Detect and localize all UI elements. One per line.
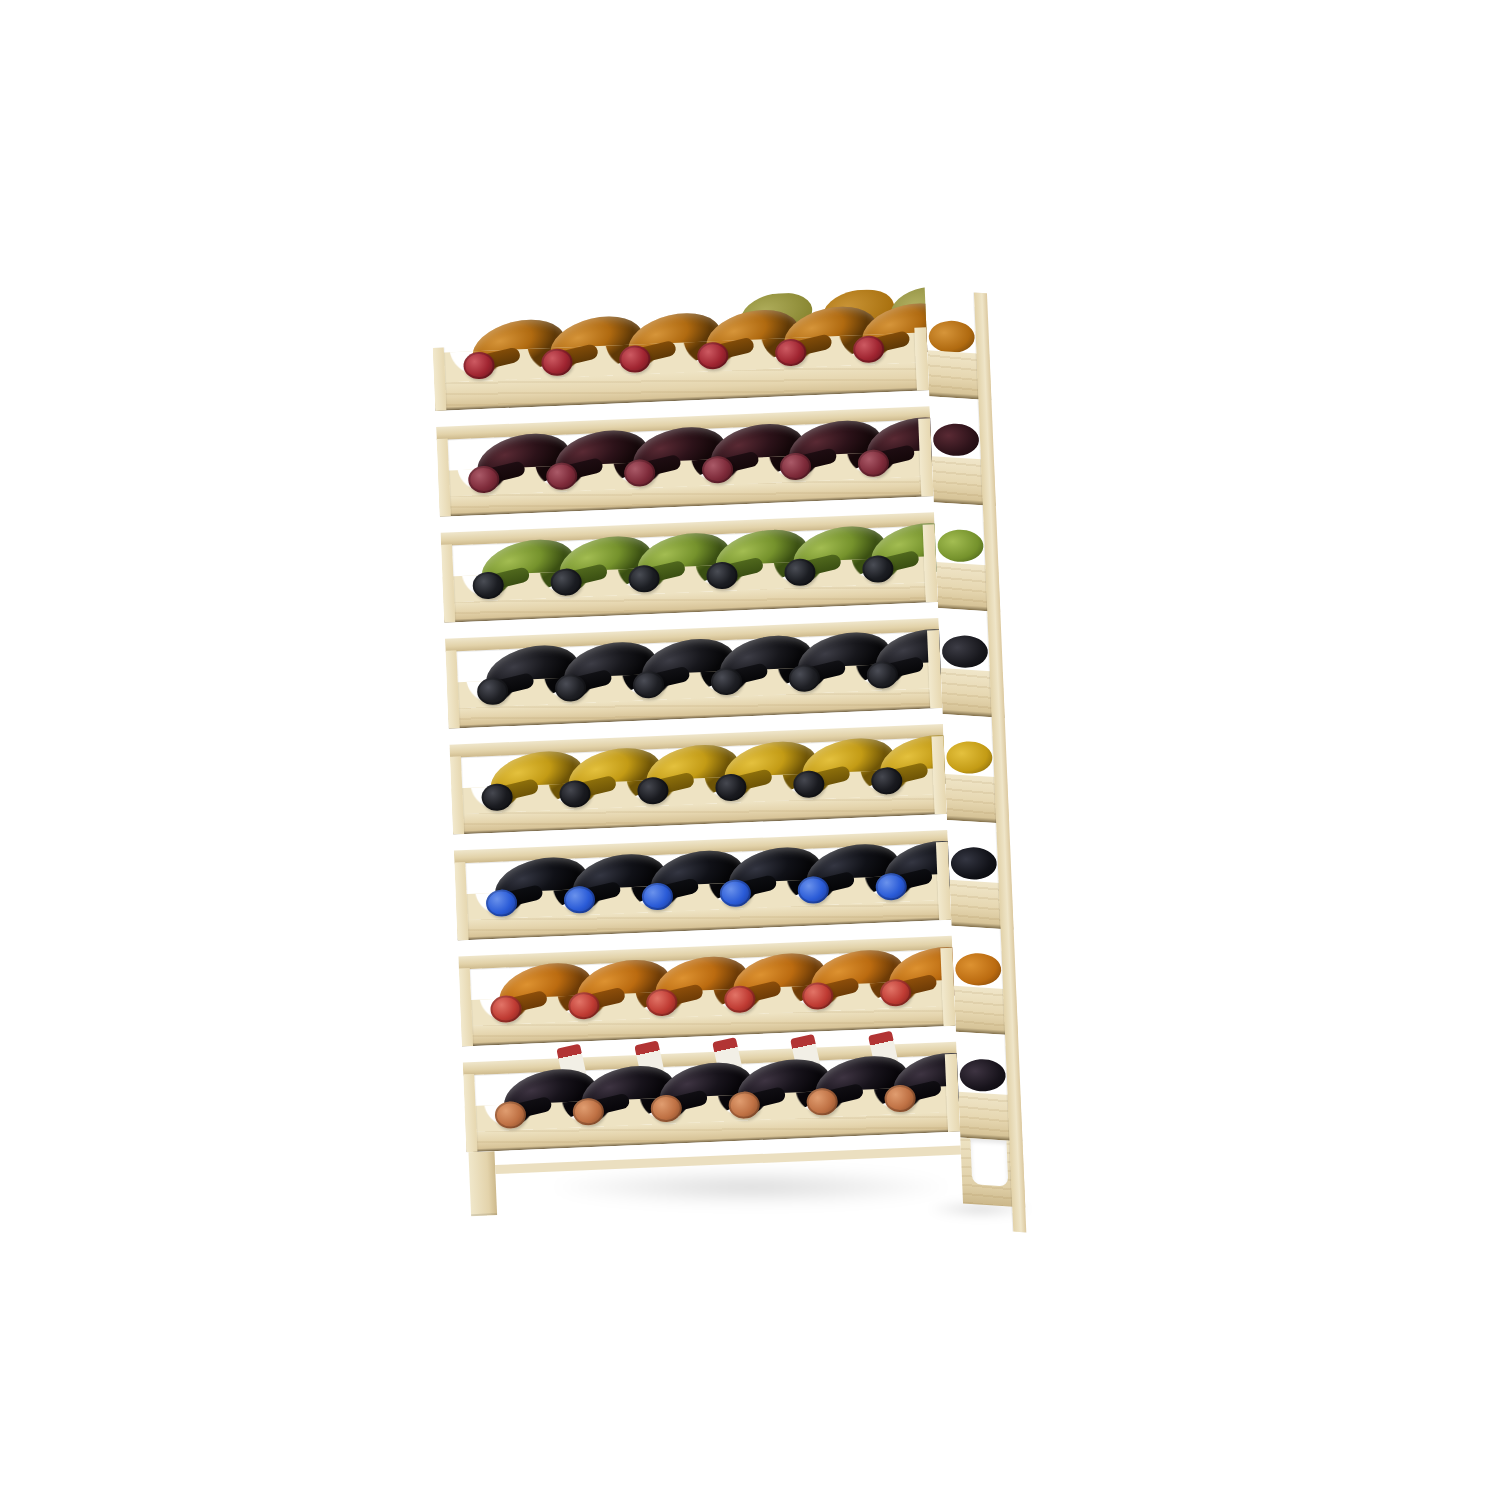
left-corner-post <box>454 862 468 940</box>
rack-tier-3 <box>440 496 938 623</box>
left-corner-post <box>441 544 455 622</box>
rack-tier-6 <box>453 814 951 941</box>
left-corner-post <box>450 756 464 834</box>
right-corner-post <box>914 327 929 390</box>
front-left-leg <box>468 1151 497 1216</box>
side-visible-bottle <box>944 740 995 775</box>
rack-tier-8 <box>462 1026 960 1153</box>
rack-front-face <box>431 287 960 1152</box>
product-photo-stage <box>0 0 1500 1500</box>
side-visible-bottle <box>957 1058 1008 1093</box>
left-corner-post <box>463 1074 477 1152</box>
side-visible-bottle <box>926 319 977 354</box>
left-corner-post <box>445 650 459 728</box>
side-visible-bottle <box>935 528 986 563</box>
side-visible-bottle <box>930 422 981 457</box>
rack-tier-1 <box>431 287 929 411</box>
side-leg-cutout <box>970 1138 1008 1186</box>
bottom-rear-stretcher <box>495 1146 961 1175</box>
rack-tier-5 <box>449 708 947 835</box>
wine-rack <box>431 285 1025 1222</box>
rack-tier-7 <box>458 920 956 1047</box>
side-visible-bottle <box>939 634 990 669</box>
left-corner-post <box>459 968 473 1046</box>
rack-tier-4 <box>444 602 942 729</box>
side-visible-bottle <box>948 846 999 881</box>
rack-tier-2 <box>435 390 933 517</box>
side-visible-bottle <box>953 952 1004 987</box>
left-corner-post <box>437 438 451 516</box>
